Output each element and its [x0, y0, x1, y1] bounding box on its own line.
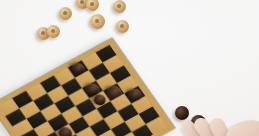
light-piece[interactable] [116, 20, 129, 33]
board-playing-field [0, 45, 167, 136]
checkers-board [0, 38, 175, 136]
light-piece[interactable] [59, 7, 72, 20]
light-piece[interactable] [86, 0, 99, 11]
light-piece[interactable] [47, 25, 60, 38]
dark-piece[interactable] [175, 106, 189, 120]
light-piece[interactable] [90, 14, 105, 29]
light-piece[interactable] [113, 0, 126, 13]
photo-scene [0, 0, 259, 136]
